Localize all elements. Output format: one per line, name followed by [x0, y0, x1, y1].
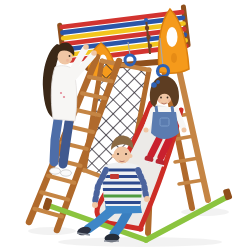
boy-face	[114, 147, 131, 164]
base-rail-right	[146, 197, 227, 240]
girl-climbing-sneakers	[50, 168, 72, 176]
play-set-photo	[0, 0, 250, 250]
play-set-illustration	[0, 0, 250, 250]
hair-bow	[151, 82, 157, 88]
gym-ring-left	[125, 55, 135, 65]
